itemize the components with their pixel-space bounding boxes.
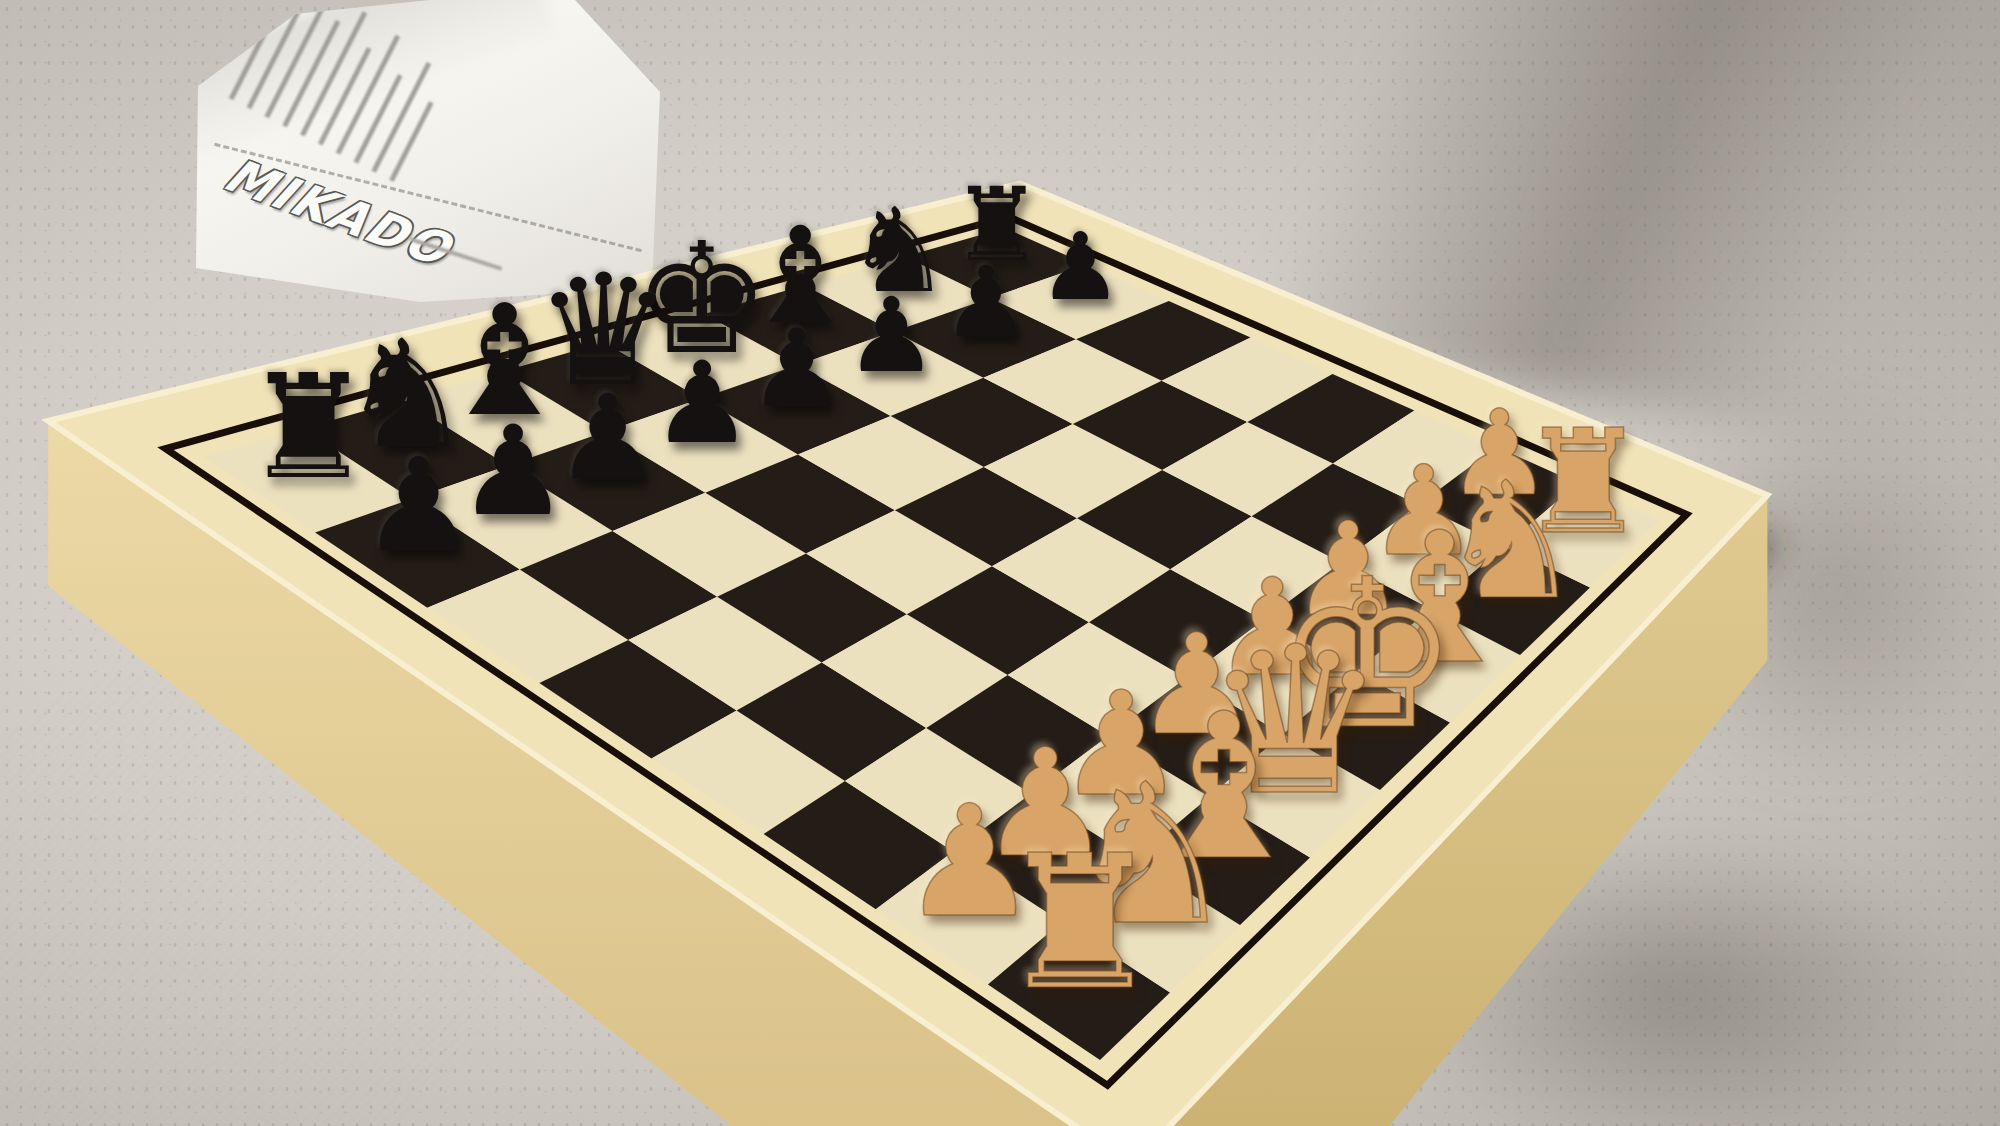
piece-black-pawn-d7[interactable]: ♟ [652, 347, 753, 460]
piece-black-pawn-a7[interactable]: ♟ [361, 441, 477, 570]
photo-scene: MIKADO ♜♞♟♝♟♚♟♛♟♝♟♞♟♟♜♟♟♜♟♟♞♟♝♟♚♟♛♟♝♟♞♜ [0, 0, 2000, 1126]
pieces-layer: ♜♞♟♝♟♚♟♛♟♝♟♞♟♟♜♟♟♜♟♟♞♟♝♟♚♟♛♟♝♟♞♜ [0, 0, 2000, 1126]
piece-white-rook-a1[interactable]: ♜ [997, 831, 1163, 1016]
piece-black-pawn-g7[interactable]: ♟ [942, 252, 1030, 350]
piece-black-pawn-e7[interactable]: ♟ [748, 316, 845, 424]
piece-black-pawn-f7[interactable]: ♟ [845, 284, 937, 387]
piece-black-pawn-c7[interactable]: ♟ [555, 379, 661, 497]
piece-black-pawn-h7[interactable]: ♟ [1039, 221, 1122, 314]
piece-black-rook-a8[interactable]: ♜ [244, 355, 373, 499]
